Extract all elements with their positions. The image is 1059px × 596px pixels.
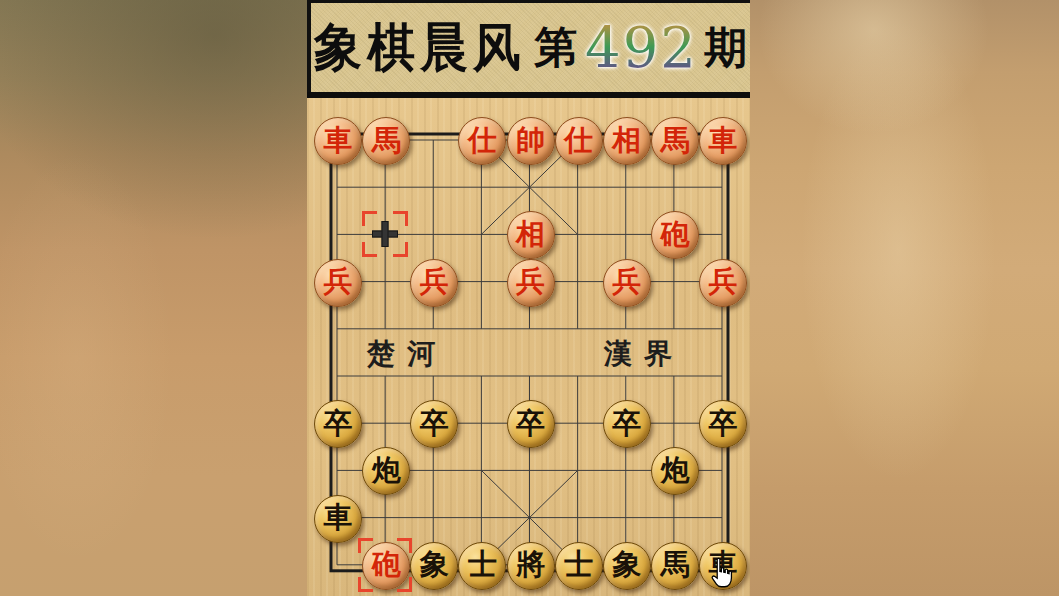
piece-glyph: 象: [612, 550, 641, 579]
marker-corner-bracket: [393, 211, 408, 226]
piece-glyph: 卒: [324, 409, 353, 438]
river-label-han-jie: 漢界: [604, 335, 684, 373]
marker-corner-bracket: [362, 242, 377, 257]
episode-digit: 9: [623, 20, 659, 76]
piece-black-象[interactable]: 象: [410, 542, 458, 590]
blurred-background-right: [750, 0, 1059, 596]
piece-red-馬[interactable]: 馬: [651, 117, 699, 165]
piece-black-士[interactable]: 士: [555, 542, 603, 590]
video-panel: 象棋晨风 第 4 9 2 期 楚河 漢界 車馬仕帥仕相馬車相砲兵兵兵兵兵砲卒卒卒…: [307, 0, 750, 596]
marker-corner-bracket: [397, 538, 412, 553]
episode-suffix: 期: [704, 19, 747, 77]
piece-red-兵[interactable]: 兵: [699, 259, 747, 307]
piece-glyph: 馬: [660, 126, 689, 155]
title-bar: 象棋晨风 第 4 9 2 期: [307, 0, 750, 92]
piece-glyph: 士: [468, 550, 497, 579]
blurred-background-left: [0, 0, 307, 596]
piece-red-車[interactable]: 車: [314, 117, 362, 165]
show-title: 象棋晨风: [314, 13, 526, 82]
piece-black-卒[interactable]: 卒: [603, 400, 651, 448]
piece-glyph: 卒: [516, 409, 545, 438]
piece-black-士[interactable]: 士: [458, 542, 506, 590]
piece-red-兵[interactable]: 兵: [314, 259, 362, 307]
piece-black-卒[interactable]: 卒: [314, 400, 362, 448]
piece-red-砲[interactable]: 砲: [651, 211, 699, 259]
piece-glyph: 兵: [516, 267, 545, 296]
marker-corner-bracket: [397, 577, 412, 592]
piece-red-仕[interactable]: 仕: [555, 117, 603, 165]
piece-black-象[interactable]: 象: [603, 542, 651, 590]
piece-glyph: 砲: [660, 220, 689, 249]
piece-black-將[interactable]: 將: [507, 542, 555, 590]
piece-black-卒[interactable]: 卒: [699, 400, 747, 448]
xiangqi-board[interactable]: 楚河 漢界 車馬仕帥仕相馬車相砲兵兵兵兵兵砲卒卒卒卒卒炮炮車象士將士象馬車: [307, 98, 750, 596]
piece-red-兵[interactable]: 兵: [410, 259, 458, 307]
piece-red-車[interactable]: 車: [699, 117, 747, 165]
piece-glyph: 車: [324, 503, 353, 532]
piece-glyph: 兵: [324, 267, 353, 296]
marker-corner-bracket: [362, 211, 377, 226]
selected-piece-marker: [358, 538, 412, 592]
river-label-chu-he: 楚河: [367, 335, 447, 373]
piece-glyph: 卒: [420, 409, 449, 438]
piece-glyph: 兵: [420, 267, 449, 296]
piece-glyph: 仕: [468, 126, 497, 155]
piece-glyph: 兵: [612, 267, 641, 296]
piece-glyph: 兵: [709, 267, 738, 296]
episode-digit: 4: [585, 20, 621, 76]
piece-glyph: 馬: [372, 126, 401, 155]
piece-red-馬[interactable]: 馬: [362, 117, 410, 165]
piece-glyph: 車: [709, 126, 738, 155]
episode-prefix: 第: [534, 19, 577, 77]
piece-red-相[interactable]: 相: [603, 117, 651, 165]
piece-red-帥[interactable]: 帥: [507, 117, 555, 165]
piece-black-馬[interactable]: 馬: [651, 542, 699, 590]
piece-glyph: 馬: [660, 550, 689, 579]
piece-glyph: 士: [564, 550, 593, 579]
piece-glyph: 帥: [516, 126, 545, 155]
move-origin-cross: [382, 221, 389, 247]
marker-corner-bracket: [393, 242, 408, 257]
hand-pointer-cursor: [709, 557, 735, 589]
episode-number: 4 9 2: [585, 20, 696, 76]
piece-red-兵[interactable]: 兵: [603, 259, 651, 307]
piece-glyph: 卒: [709, 409, 738, 438]
piece-glyph: 車: [324, 126, 353, 155]
piece-red-相[interactable]: 相: [507, 211, 555, 259]
piece-black-車[interactable]: 車: [314, 495, 362, 543]
marker-corner-bracket: [358, 577, 373, 592]
episode-digit: 2: [660, 20, 696, 76]
piece-glyph: 卒: [612, 409, 641, 438]
piece-glyph: 炮: [660, 456, 689, 485]
piece-glyph: 相: [612, 126, 641, 155]
piece-glyph: 將: [516, 550, 545, 579]
piece-red-兵[interactable]: 兵: [507, 259, 555, 307]
piece-glyph: 象: [420, 550, 449, 579]
piece-glyph: 仕: [564, 126, 593, 155]
move-origin-marker: [362, 211, 408, 257]
piece-black-卒[interactable]: 卒: [507, 400, 555, 448]
marker-corner-bracket: [358, 538, 373, 553]
piece-glyph: 炮: [372, 456, 401, 485]
piece-black-炮[interactable]: 炮: [651, 447, 699, 495]
piece-glyph: 相: [516, 220, 545, 249]
